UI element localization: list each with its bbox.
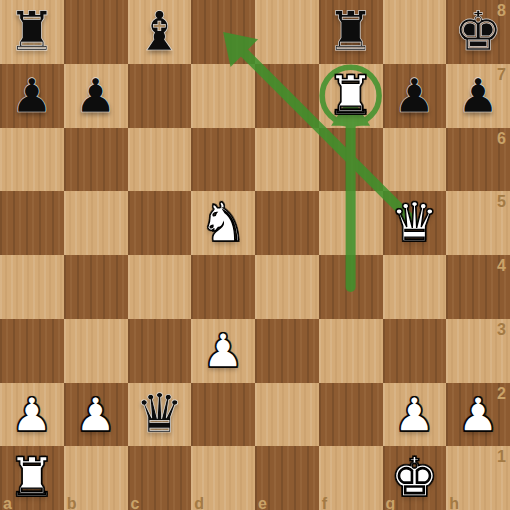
rank-label-3: 3 bbox=[497, 322, 506, 338]
square-f3[interactable] bbox=[319, 319, 383, 383]
square-e7[interactable] bbox=[255, 64, 319, 128]
square-h4[interactable]: 4 bbox=[446, 255, 510, 319]
piece-white-pawn-h2[interactable]: ♟ bbox=[446, 383, 510, 447]
piece-white-pawn-a2[interactable]: ♟ bbox=[0, 383, 64, 447]
square-d7[interactable] bbox=[191, 64, 255, 128]
piece-black-king-h8[interactable]: ♚ bbox=[446, 0, 510, 64]
square-g4[interactable] bbox=[383, 255, 447, 319]
piece-white-queen-g5[interactable]: ♛ bbox=[383, 191, 447, 255]
file-label-b: b bbox=[67, 496, 77, 510]
piece-black-queen-c2[interactable]: ♛ bbox=[128, 383, 192, 447]
square-d8[interactable] bbox=[191, 0, 255, 64]
piece-black-rook-f8[interactable]: ♜ bbox=[319, 0, 383, 64]
piece-white-pawn-d3[interactable]: ♟ bbox=[191, 319, 255, 383]
square-e1[interactable]: e bbox=[255, 446, 319, 510]
rank-label-4: 4 bbox=[497, 258, 506, 274]
square-b4[interactable] bbox=[64, 255, 128, 319]
piece-white-knight-d5[interactable]: ♞ bbox=[191, 191, 255, 255]
square-d6[interactable] bbox=[191, 128, 255, 192]
square-d2[interactable] bbox=[191, 383, 255, 447]
piece-white-king-g1[interactable]: ♚ bbox=[383, 446, 447, 510]
file-label-h: h bbox=[449, 496, 459, 510]
file-label-f: f bbox=[322, 496, 327, 510]
square-e8[interactable] bbox=[255, 0, 319, 64]
square-f1[interactable]: f bbox=[319, 446, 383, 510]
square-h1[interactable]: h1 bbox=[446, 446, 510, 510]
square-a4[interactable] bbox=[0, 255, 64, 319]
square-h5[interactable]: 5 bbox=[446, 191, 510, 255]
piece-black-rook-a8[interactable]: ♜ bbox=[0, 0, 64, 64]
square-b3[interactable] bbox=[64, 319, 128, 383]
square-e2[interactable] bbox=[255, 383, 319, 447]
square-c4[interactable] bbox=[128, 255, 192, 319]
square-a5[interactable] bbox=[0, 191, 64, 255]
piece-black-pawn-g7[interactable]: ♟ bbox=[383, 64, 447, 128]
file-label-c: c bbox=[131, 496, 140, 510]
square-g8[interactable] bbox=[383, 0, 447, 64]
square-e4[interactable] bbox=[255, 255, 319, 319]
chess-board: 8765432abcdefgh1 ♜♝♜♚♟♟♜♟♟♞♛♟♟♟♛♟♟♜♚ bbox=[0, 0, 510, 510]
square-h6[interactable]: 6 bbox=[446, 128, 510, 192]
square-b1[interactable]: b bbox=[64, 446, 128, 510]
square-b5[interactable] bbox=[64, 191, 128, 255]
square-a3[interactable] bbox=[0, 319, 64, 383]
piece-black-pawn-h7[interactable]: ♟ bbox=[446, 64, 510, 128]
rank-label-6: 6 bbox=[497, 131, 506, 147]
piece-white-rook-f7[interactable]: ♜ bbox=[319, 64, 383, 128]
rank-label-1: 1 bbox=[497, 449, 506, 465]
square-e6[interactable] bbox=[255, 128, 319, 192]
square-d1[interactable]: d bbox=[191, 446, 255, 510]
square-f2[interactable] bbox=[319, 383, 383, 447]
square-e5[interactable] bbox=[255, 191, 319, 255]
square-f4[interactable] bbox=[319, 255, 383, 319]
square-c6[interactable] bbox=[128, 128, 192, 192]
piece-white-pawn-g2[interactable]: ♟ bbox=[383, 383, 447, 447]
square-c1[interactable]: c bbox=[128, 446, 192, 510]
square-b8[interactable] bbox=[64, 0, 128, 64]
file-label-d: d bbox=[194, 496, 204, 510]
square-c3[interactable] bbox=[128, 319, 192, 383]
square-b6[interactable] bbox=[64, 128, 128, 192]
piece-white-pawn-b2[interactable]: ♟ bbox=[64, 383, 128, 447]
square-e3[interactable] bbox=[255, 319, 319, 383]
rank-label-5: 5 bbox=[497, 194, 506, 210]
file-label-e: e bbox=[258, 496, 267, 510]
square-f5[interactable] bbox=[319, 191, 383, 255]
square-g6[interactable] bbox=[383, 128, 447, 192]
square-g3[interactable] bbox=[383, 319, 447, 383]
piece-white-rook-a1[interactable]: ♜ bbox=[0, 446, 64, 510]
piece-black-pawn-a7[interactable]: ♟ bbox=[0, 64, 64, 128]
square-h3[interactable]: 3 bbox=[446, 319, 510, 383]
square-a6[interactable] bbox=[0, 128, 64, 192]
square-c5[interactable] bbox=[128, 191, 192, 255]
piece-black-bishop-c8[interactable]: ♝ bbox=[128, 0, 192, 64]
piece-black-pawn-b7[interactable]: ♟ bbox=[64, 64, 128, 128]
square-f6[interactable] bbox=[319, 128, 383, 192]
square-c7[interactable] bbox=[128, 64, 192, 128]
square-d4[interactable] bbox=[191, 255, 255, 319]
